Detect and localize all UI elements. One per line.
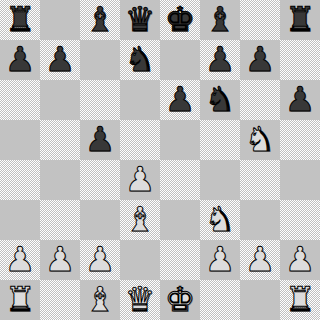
piece-white-knight-f3[interactable]: ♞ — [205, 200, 235, 239]
square-c2[interactable]: ♟ — [80, 240, 120, 280]
square-b3[interactable] — [40, 200, 80, 240]
piece-white-pawn-b2[interactable]: ♟ — [45, 240, 75, 279]
piece-black-pawn-h6[interactable]: ♟ — [285, 80, 315, 119]
piece-black-bishop-f8[interactable]: ♝ — [205, 0, 235, 39]
square-d7[interactable]: ♞ — [120, 40, 160, 80]
square-e7[interactable] — [160, 40, 200, 80]
square-e5[interactable] — [160, 120, 200, 160]
square-a8[interactable]: ♜ — [0, 0, 40, 40]
square-g3[interactable] — [240, 200, 280, 240]
piece-white-queen-d1[interactable]: ♛ — [125, 280, 155, 319]
piece-white-pawn-a2[interactable]: ♟ — [5, 240, 35, 279]
piece-black-knight-d7[interactable]: ♞ — [125, 40, 155, 79]
square-f4[interactable] — [200, 160, 240, 200]
piece-white-king-e1[interactable]: ♚ — [165, 280, 195, 319]
square-f3[interactable]: ♞ — [200, 200, 240, 240]
piece-black-pawn-a7[interactable]: ♟ — [5, 40, 35, 79]
square-a2[interactable]: ♟ — [0, 240, 40, 280]
square-b6[interactable] — [40, 80, 80, 120]
piece-black-bishop-c8[interactable]: ♝ — [85, 0, 115, 39]
square-g8[interactable] — [240, 0, 280, 40]
piece-black-pawn-b7[interactable]: ♟ — [45, 40, 75, 79]
square-a1[interactable]: ♜ — [0, 280, 40, 320]
square-b1[interactable] — [40, 280, 80, 320]
square-c5[interactable]: ♟ — [80, 120, 120, 160]
square-f6[interactable]: ♞ — [200, 80, 240, 120]
square-e3[interactable] — [160, 200, 200, 240]
square-g2[interactable]: ♟ — [240, 240, 280, 280]
square-d8[interactable]: ♛ — [120, 0, 160, 40]
square-a6[interactable] — [0, 80, 40, 120]
piece-white-knight-g5[interactable]: ♞ — [245, 120, 275, 159]
piece-white-pawn-d4[interactable]: ♟ — [125, 160, 155, 199]
square-g4[interactable] — [240, 160, 280, 200]
square-g7[interactable]: ♟ — [240, 40, 280, 80]
square-c8[interactable]: ♝ — [80, 0, 120, 40]
square-d5[interactable] — [120, 120, 160, 160]
piece-white-pawn-h2[interactable]: ♟ — [285, 240, 315, 279]
piece-black-king-e8[interactable]: ♚ — [165, 0, 195, 39]
square-a3[interactable] — [0, 200, 40, 240]
square-f1[interactable] — [200, 280, 240, 320]
square-d1[interactable]: ♛ — [120, 280, 160, 320]
piece-white-rook-h1[interactable]: ♜ — [285, 280, 315, 319]
square-b7[interactable]: ♟ — [40, 40, 80, 80]
piece-white-pawn-f2[interactable]: ♟ — [205, 240, 235, 279]
square-e4[interactable] — [160, 160, 200, 200]
square-c7[interactable] — [80, 40, 120, 80]
square-a7[interactable]: ♟ — [0, 40, 40, 80]
square-a4[interactable] — [0, 160, 40, 200]
piece-white-pawn-g2[interactable]: ♟ — [245, 240, 275, 279]
square-a5[interactable] — [0, 120, 40, 160]
square-c6[interactable] — [80, 80, 120, 120]
piece-black-pawn-c5[interactable]: ♟ — [85, 120, 115, 159]
square-c4[interactable] — [80, 160, 120, 200]
square-f5[interactable] — [200, 120, 240, 160]
square-e6[interactable]: ♟ — [160, 80, 200, 120]
square-h2[interactable]: ♟ — [280, 240, 320, 280]
square-b2[interactable]: ♟ — [40, 240, 80, 280]
square-h7[interactable] — [280, 40, 320, 80]
square-d3[interactable]: ♝ — [120, 200, 160, 240]
square-d4[interactable]: ♟ — [120, 160, 160, 200]
square-d2[interactable] — [120, 240, 160, 280]
piece-black-knight-f6[interactable]: ♞ — [205, 80, 235, 119]
square-h8[interactable]: ♜ — [280, 0, 320, 40]
square-e1[interactable]: ♚ — [160, 280, 200, 320]
square-h3[interactable] — [280, 200, 320, 240]
piece-black-rook-a8[interactable]: ♜ — [5, 0, 35, 39]
square-h5[interactable] — [280, 120, 320, 160]
square-g6[interactable] — [240, 80, 280, 120]
piece-white-bishop-d3[interactable]: ♝ — [125, 200, 155, 239]
square-g1[interactable] — [240, 280, 280, 320]
piece-black-pawn-g7[interactable]: ♟ — [245, 40, 275, 79]
chess-board: ♜♝♛♚♝♜♟♟♞♟♟♟♞♟♟♞♟♝♞♟♟♟♟♟♟♜♝♛♚♜ — [0, 0, 320, 320]
piece-white-bishop-c1[interactable]: ♝ — [85, 280, 115, 319]
piece-black-pawn-e6[interactable]: ♟ — [165, 80, 195, 119]
piece-black-pawn-f7[interactable]: ♟ — [205, 40, 235, 79]
piece-black-queen-d8[interactable]: ♛ — [125, 0, 155, 39]
square-e2[interactable] — [160, 240, 200, 280]
square-b8[interactable] — [40, 0, 80, 40]
square-b5[interactable] — [40, 120, 80, 160]
square-d6[interactable] — [120, 80, 160, 120]
square-h4[interactable] — [280, 160, 320, 200]
square-e8[interactable]: ♚ — [160, 0, 200, 40]
square-f2[interactable]: ♟ — [200, 240, 240, 280]
square-g5[interactable]: ♞ — [240, 120, 280, 160]
piece-white-pawn-c2[interactable]: ♟ — [85, 240, 115, 279]
piece-black-rook-h8[interactable]: ♜ — [285, 0, 315, 39]
square-c3[interactable] — [80, 200, 120, 240]
square-c1[interactable]: ♝ — [80, 280, 120, 320]
square-b4[interactable] — [40, 160, 80, 200]
square-f8[interactable]: ♝ — [200, 0, 240, 40]
square-h6[interactable]: ♟ — [280, 80, 320, 120]
square-h1[interactable]: ♜ — [280, 280, 320, 320]
piece-white-rook-a1[interactable]: ♜ — [5, 280, 35, 319]
square-f7[interactable]: ♟ — [200, 40, 240, 80]
